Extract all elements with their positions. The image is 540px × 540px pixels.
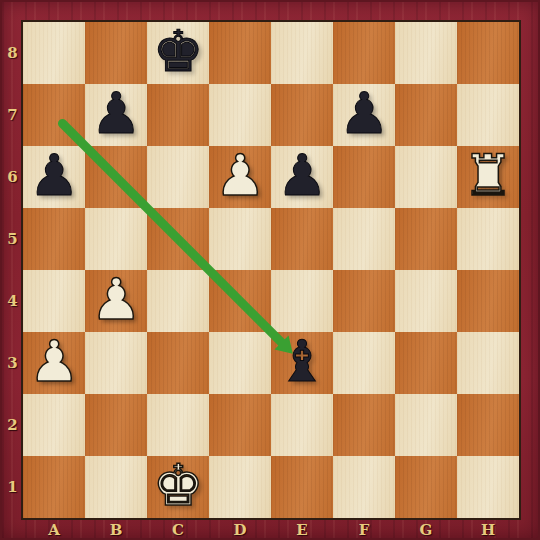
piece-black-bishop[interactable]: ♝ (276, 333, 327, 390)
square-e6[interactable]: ♟ (271, 146, 333, 208)
square-b1[interactable] (85, 456, 147, 518)
square-h6[interactable]: ♜ (457, 146, 519, 208)
rank-label-6: 6 (2, 146, 23, 208)
square-e2[interactable] (271, 394, 333, 456)
rank-labels: 87654321 (2, 22, 23, 518)
square-g3[interactable] (395, 332, 457, 394)
square-d3[interactable] (209, 332, 271, 394)
piece-white-king[interactable]: ♚ (152, 457, 203, 514)
square-h2[interactable] (457, 394, 519, 456)
piece-white-rook[interactable]: ♜ (462, 147, 513, 204)
square-d6[interactable]: ♟ (209, 146, 271, 208)
square-a1[interactable] (23, 456, 85, 518)
square-g4[interactable] (395, 270, 457, 332)
piece-black-pawn[interactable]: ♟ (338, 85, 389, 142)
square-d4[interactable] (209, 270, 271, 332)
square-e7[interactable] (271, 84, 333, 146)
square-f7[interactable]: ♟ (333, 84, 395, 146)
square-c5[interactable] (147, 208, 209, 270)
square-b6[interactable] (85, 146, 147, 208)
rank-label-5: 5 (2, 208, 23, 270)
square-d5[interactable] (209, 208, 271, 270)
file-label-d: D (209, 518, 271, 540)
piece-black-pawn[interactable]: ♟ (276, 147, 327, 204)
file-label-b: B (85, 518, 147, 540)
file-label-e: E (271, 518, 333, 540)
chess-board-frame: 87654321 ABCDEFGH ♚♟♟♟♟♟♜♟♟♝♚ (0, 0, 540, 540)
square-a7[interactable] (23, 84, 85, 146)
square-c4[interactable] (147, 270, 209, 332)
piece-white-pawn[interactable]: ♟ (214, 147, 265, 204)
rank-label-2: 2 (2, 394, 23, 456)
square-e1[interactable] (271, 456, 333, 518)
square-f4[interactable] (333, 270, 395, 332)
square-d2[interactable] (209, 394, 271, 456)
piece-white-pawn[interactable]: ♟ (90, 271, 141, 328)
rank-label-8: 8 (2, 22, 23, 84)
square-g2[interactable] (395, 394, 457, 456)
rank-label-4: 4 (2, 270, 23, 332)
square-c7[interactable] (147, 84, 209, 146)
square-h1[interactable] (457, 456, 519, 518)
rank-label-3: 3 (2, 332, 23, 394)
file-label-f: F (333, 518, 395, 540)
file-label-g: G (395, 518, 457, 540)
square-c6[interactable] (147, 146, 209, 208)
square-a6[interactable]: ♟ (23, 146, 85, 208)
rank-label-7: 7 (2, 84, 23, 146)
square-b4[interactable]: ♟ (85, 270, 147, 332)
square-h3[interactable] (457, 332, 519, 394)
square-h4[interactable] (457, 270, 519, 332)
chess-board: ♚♟♟♟♟♟♜♟♟♝♚ (23, 22, 519, 518)
square-g6[interactable] (395, 146, 457, 208)
piece-black-king[interactable]: ♚ (152, 23, 203, 80)
square-b7[interactable]: ♟ (85, 84, 147, 146)
file-label-a: A (23, 518, 85, 540)
square-b5[interactable] (85, 208, 147, 270)
square-h5[interactable] (457, 208, 519, 270)
square-f5[interactable] (333, 208, 395, 270)
square-e5[interactable] (271, 208, 333, 270)
square-e3[interactable]: ♝ (271, 332, 333, 394)
square-b3[interactable] (85, 332, 147, 394)
piece-white-pawn[interactable]: ♟ (28, 333, 79, 390)
square-d7[interactable] (209, 84, 271, 146)
square-c2[interactable] (147, 394, 209, 456)
square-a5[interactable] (23, 208, 85, 270)
square-h7[interactable] (457, 84, 519, 146)
square-g8[interactable] (395, 22, 457, 84)
square-g5[interactable] (395, 208, 457, 270)
square-a8[interactable] (23, 22, 85, 84)
square-e8[interactable] (271, 22, 333, 84)
file-label-c: C (147, 518, 209, 540)
piece-black-pawn[interactable]: ♟ (28, 147, 79, 204)
square-f3[interactable] (333, 332, 395, 394)
square-c8[interactable]: ♚ (147, 22, 209, 84)
square-f6[interactable] (333, 146, 395, 208)
square-d1[interactable] (209, 456, 271, 518)
square-f8[interactable] (333, 22, 395, 84)
square-h8[interactable] (457, 22, 519, 84)
square-e4[interactable] (271, 270, 333, 332)
square-b8[interactable] (85, 22, 147, 84)
square-f2[interactable] (333, 394, 395, 456)
square-a3[interactable]: ♟ (23, 332, 85, 394)
square-c3[interactable] (147, 332, 209, 394)
piece-black-pawn[interactable]: ♟ (90, 85, 141, 142)
square-d8[interactable] (209, 22, 271, 84)
rank-label-1: 1 (2, 456, 23, 518)
square-c1[interactable]: ♚ (147, 456, 209, 518)
file-labels: ABCDEFGH (23, 518, 519, 540)
square-b2[interactable] (85, 394, 147, 456)
file-label-h: H (457, 518, 519, 540)
square-g7[interactable] (395, 84, 457, 146)
square-a4[interactable] (23, 270, 85, 332)
square-a2[interactable] (23, 394, 85, 456)
square-f1[interactable] (333, 456, 395, 518)
square-g1[interactable] (395, 456, 457, 518)
